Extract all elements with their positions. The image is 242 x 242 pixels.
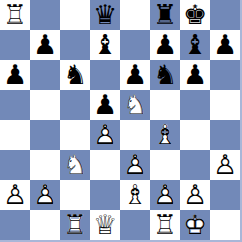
piece-black-pawn[interactable]: ♟ bbox=[210, 30, 240, 60]
piece-white-pawn[interactable]: ♙ bbox=[90, 120, 120, 150]
piece-white-pawn-fill: ♟ bbox=[150, 180, 180, 210]
square-d8[interactable]: ♛ bbox=[90, 0, 120, 30]
square-b6[interactable] bbox=[30, 60, 60, 90]
square-h8[interactable] bbox=[210, 0, 240, 30]
square-f5[interactable] bbox=[150, 90, 180, 120]
square-h2[interactable] bbox=[210, 180, 240, 210]
piece-black-king[interactable]: ♚ bbox=[180, 0, 210, 30]
piece-white-pawn[interactable]: ♙ bbox=[150, 180, 180, 210]
square-h7[interactable]: ♟ bbox=[210, 30, 240, 60]
square-g5[interactable] bbox=[180, 90, 210, 120]
square-f8[interactable]: ♜ bbox=[150, 0, 180, 30]
piece-black-bishop[interactable]: ♝ bbox=[90, 30, 120, 60]
square-b7[interactable]: ♟ bbox=[30, 30, 60, 60]
square-g4[interactable] bbox=[180, 120, 210, 150]
piece-white-pawn[interactable]: ♙ bbox=[210, 150, 240, 180]
square-f1[interactable]: ♜♖ bbox=[150, 210, 180, 240]
square-b5[interactable] bbox=[30, 90, 60, 120]
chess-board: ♜♖♛♜♚♟♝♟♝♟♟♞♟♞♟♟♞♘♟♙♝♗♞♘♟♙♟♙♟♙♟♙♝♗♟♙♟♙♜♖… bbox=[0, 0, 242, 242]
piece-white-pawn-fill: ♟ bbox=[30, 180, 60, 210]
piece-black-knight[interactable]: ♞ bbox=[60, 60, 90, 90]
square-a7[interactable] bbox=[0, 30, 30, 60]
square-f7[interactable]: ♟ bbox=[150, 30, 180, 60]
piece-white-rook[interactable]: ♖ bbox=[150, 210, 180, 240]
piece-white-rook[interactable]: ♖ bbox=[0, 0, 30, 30]
piece-white-pawn-fill: ♟ bbox=[120, 150, 150, 180]
piece-white-pawn[interactable]: ♙ bbox=[180, 180, 210, 210]
piece-white-queen-fill: ♛ bbox=[90, 210, 120, 240]
piece-white-knight-fill: ♞ bbox=[120, 90, 150, 120]
square-g6[interactable]: ♟ bbox=[180, 60, 210, 90]
square-a6[interactable]: ♟ bbox=[0, 60, 30, 90]
square-h6[interactable] bbox=[210, 60, 240, 90]
square-d4[interactable]: ♟♙ bbox=[90, 120, 120, 150]
square-d5[interactable]: ♟ bbox=[90, 90, 120, 120]
piece-white-bishop[interactable]: ♗ bbox=[150, 120, 180, 150]
piece-white-pawn[interactable]: ♙ bbox=[30, 180, 60, 210]
square-g8[interactable]: ♚ bbox=[180, 0, 210, 30]
square-f2[interactable]: ♟♙ bbox=[150, 180, 180, 210]
square-e4[interactable] bbox=[120, 120, 150, 150]
square-e1[interactable] bbox=[120, 210, 150, 240]
piece-white-knight[interactable]: ♘ bbox=[60, 150, 90, 180]
square-b8[interactable] bbox=[30, 0, 60, 30]
piece-white-pawn-fill: ♟ bbox=[210, 150, 240, 180]
square-h3[interactable]: ♟♙ bbox=[210, 150, 240, 180]
piece-white-pawn-fill: ♟ bbox=[90, 120, 120, 150]
piece-black-rook[interactable]: ♜ bbox=[150, 0, 180, 30]
square-e8[interactable] bbox=[120, 0, 150, 30]
square-e6[interactable]: ♟ bbox=[120, 60, 150, 90]
piece-white-bishop[interactable]: ♗ bbox=[120, 180, 150, 210]
piece-black-pawn[interactable]: ♟ bbox=[120, 60, 150, 90]
square-d6[interactable] bbox=[90, 60, 120, 90]
square-h5[interactable] bbox=[210, 90, 240, 120]
square-a2[interactable]: ♟♙ bbox=[0, 180, 30, 210]
piece-white-knight[interactable]: ♘ bbox=[120, 90, 150, 120]
piece-white-pawn-fill: ♟ bbox=[0, 180, 30, 210]
square-c7[interactable] bbox=[60, 30, 90, 60]
square-c8[interactable] bbox=[60, 0, 90, 30]
square-d2[interactable] bbox=[90, 180, 120, 210]
square-b2[interactable]: ♟♙ bbox=[30, 180, 60, 210]
square-a4[interactable] bbox=[0, 120, 30, 150]
piece-white-bishop-fill: ♝ bbox=[150, 120, 180, 150]
piece-white-bishop-fill: ♝ bbox=[120, 180, 150, 210]
piece-black-pawn[interactable]: ♟ bbox=[0, 60, 30, 90]
piece-white-pawn-fill: ♟ bbox=[180, 180, 210, 210]
square-b1[interactable] bbox=[30, 210, 60, 240]
piece-black-queen[interactable]: ♛ bbox=[90, 0, 120, 30]
square-d1[interactable]: ♛♕ bbox=[90, 210, 120, 240]
square-d3[interactable] bbox=[90, 150, 120, 180]
square-a8[interactable]: ♜♖ bbox=[0, 0, 30, 30]
piece-black-knight[interactable]: ♞ bbox=[150, 60, 180, 90]
square-c2[interactable] bbox=[60, 180, 90, 210]
square-e7[interactable] bbox=[120, 30, 150, 60]
square-h4[interactable] bbox=[210, 120, 240, 150]
square-c3[interactable]: ♞♘ bbox=[60, 150, 90, 180]
piece-white-rook-fill: ♜ bbox=[0, 0, 30, 30]
square-g3[interactable] bbox=[180, 150, 210, 180]
square-a5[interactable] bbox=[0, 90, 30, 120]
square-c1[interactable]: ♜♖ bbox=[60, 210, 90, 240]
square-f3[interactable] bbox=[150, 150, 180, 180]
square-h1[interactable] bbox=[210, 210, 240, 240]
square-a3[interactable] bbox=[0, 150, 30, 180]
piece-white-rook-fill: ♜ bbox=[150, 210, 180, 240]
piece-white-rook-fill: ♜ bbox=[60, 210, 90, 240]
square-e2[interactable]: ♝♗ bbox=[120, 180, 150, 210]
piece-white-pawn[interactable]: ♙ bbox=[0, 180, 30, 210]
square-c4[interactable] bbox=[60, 120, 90, 150]
piece-white-king-fill: ♚ bbox=[180, 210, 210, 240]
square-b4[interactable] bbox=[30, 120, 60, 150]
square-f4[interactable]: ♝♗ bbox=[150, 120, 180, 150]
square-g7[interactable]: ♝ bbox=[180, 30, 210, 60]
piece-white-king[interactable]: ♔ bbox=[180, 210, 210, 240]
piece-white-rook[interactable]: ♖ bbox=[60, 210, 90, 240]
square-c5[interactable] bbox=[60, 90, 90, 120]
square-a1[interactable] bbox=[0, 210, 30, 240]
square-e3[interactable]: ♟♙ bbox=[120, 150, 150, 180]
piece-white-knight-fill: ♞ bbox=[60, 150, 90, 180]
piece-black-pawn[interactable]: ♟ bbox=[180, 60, 210, 90]
piece-black-pawn[interactable]: ♟ bbox=[30, 30, 60, 60]
piece-white-pawn[interactable]: ♙ bbox=[120, 150, 150, 180]
square-g1[interactable]: ♚♔ bbox=[180, 210, 210, 240]
square-g2[interactable]: ♟♙ bbox=[180, 180, 210, 210]
square-f6[interactable]: ♞ bbox=[150, 60, 180, 90]
square-e5[interactable]: ♞♘ bbox=[120, 90, 150, 120]
piece-black-pawn[interactable]: ♟ bbox=[150, 30, 180, 60]
piece-black-pawn[interactable]: ♟ bbox=[90, 90, 120, 120]
piece-white-queen[interactable]: ♕ bbox=[90, 210, 120, 240]
square-b3[interactable] bbox=[30, 150, 60, 180]
square-d7[interactable]: ♝ bbox=[90, 30, 120, 60]
square-c6[interactable]: ♞ bbox=[60, 60, 90, 90]
piece-black-bishop[interactable]: ♝ bbox=[180, 30, 210, 60]
